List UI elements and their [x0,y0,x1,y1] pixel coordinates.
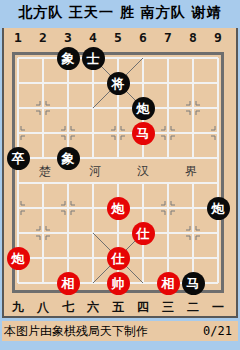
piece-red-elephant: 相 [57,272,80,295]
file-label-bottom: 一 [212,299,224,316]
file-label-top: 2 [39,30,47,45]
file-label-bottom: 二 [187,299,199,316]
xiangqi-viewer: 北方队 王天一 胜 南方队 谢靖 123456789 九八七六五四三二一 楚河汉… [0,0,240,350]
file-label-top: 8 [189,30,197,45]
piece-black-cannon: 炮 [207,197,230,220]
piece-black-horse: 马 [182,272,205,295]
piece-red-cannon: 炮 [7,247,30,270]
footer-bar: 本图片由象棋残局天下制作 0/21 [2,321,238,341]
board-grid: 象士将炮马卒象炮炮仕炮仕相帅相马 [6,46,231,296]
file-label-bottom: 四 [137,299,149,316]
board-panel: 123456789 九八七六五四三二一 楚河汉界 象士将炮马卒象炮炮仕炮仕相帅相… [2,28,238,318]
file-label-top: 3 [64,30,72,45]
file-label-top: 9 [214,30,222,45]
piece-red-cannon: 炮 [107,197,130,220]
piece-red-advisor: 仕 [132,222,155,245]
credit-text: 本图片由象棋残局天下制作 [4,323,148,340]
match-title: 北方队 王天一 胜 南方队 谢靖 [0,0,240,26]
file-label-top: 7 [164,30,172,45]
file-label-bottom: 五 [112,299,124,316]
file-label-bottom: 八 [37,299,49,316]
piece-black-general: 将 [107,72,130,95]
file-label-top: 6 [139,30,147,45]
piece-black-elephant: 象 [57,47,80,70]
move-counter: 0/21 [203,324,232,338]
piece-black-elephant: 象 [57,147,80,170]
piece-red-general: 帅 [107,272,130,295]
file-label-top: 1 [14,30,22,45]
piece-black-cannon: 炮 [132,97,155,120]
piece-red-advisor: 仕 [107,247,130,270]
piece-red-elephant: 相 [157,272,180,295]
file-label-bottom: 九 [12,299,24,316]
piece-black-pawn: 卒 [7,147,30,170]
file-label-bottom: 七 [62,299,74,316]
piece-red-horse: 马 [132,122,155,145]
piece-black-advisor: 士 [82,47,105,70]
file-label-top: 4 [89,30,97,45]
file-label-bottom: 六 [87,299,99,316]
file-label-bottom: 三 [162,299,174,316]
file-label-top: 5 [114,30,122,45]
